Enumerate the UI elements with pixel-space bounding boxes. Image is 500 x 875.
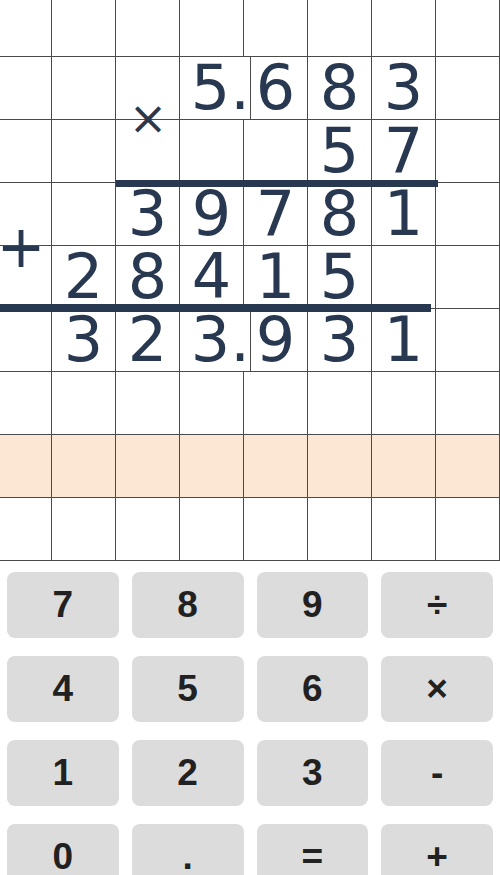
- grid-cell: [436, 372, 500, 435]
- grid-cell: 8: [308, 57, 372, 120]
- grid-cell: [436, 57, 500, 120]
- grid-cell: [372, 435, 436, 498]
- grid-cell: [436, 120, 500, 183]
- grid-cell: [372, 246, 436, 309]
- grid-cell: [308, 0, 372, 57]
- grid-cell: [0, 498, 52, 561]
- grid-cell: [52, 0, 116, 57]
- grid-cell: [436, 183, 500, 246]
- grid-cell: [436, 246, 500, 309]
- grid-cell: 4: [180, 246, 244, 309]
- grid-cell: 9: [244, 309, 308, 372]
- grid-cell: [180, 120, 244, 183]
- key-decimal[interactable]: .: [132, 824, 244, 875]
- grid-cell: [116, 498, 180, 561]
- grid-cell: [180, 372, 244, 435]
- grid-cell: [52, 57, 116, 120]
- grid-cell: [180, 498, 244, 561]
- keypad: 7 8 9 ÷ 4 5 6 × 1 2 3 - 0 . = +: [0, 572, 500, 875]
- grid-cell: [436, 0, 500, 57]
- worksheet-grid: 5.683573978128415323.931: [0, 0, 500, 561]
- key-equals[interactable]: =: [257, 824, 369, 875]
- addition-rule-line: [0, 304, 431, 312]
- grid-cell: [52, 372, 116, 435]
- key-0[interactable]: 0: [7, 824, 119, 875]
- grid-cell: [52, 183, 116, 246]
- grid-cell: 1: [372, 183, 436, 246]
- grid-cell: 7: [372, 120, 436, 183]
- grid-cell: [116, 372, 180, 435]
- plus-sign: +: [0, 217, 53, 277]
- key-minus[interactable]: -: [381, 740, 493, 806]
- multiplication-rule-line: [116, 180, 438, 187]
- key-6[interactable]: 6: [257, 656, 369, 722]
- grid-cell: [372, 498, 436, 561]
- grid-cell: 3.: [180, 309, 251, 372]
- key-5[interactable]: 5: [132, 656, 244, 722]
- grid-cell: 3: [308, 309, 372, 372]
- key-multiply[interactable]: ×: [381, 656, 493, 722]
- grid-cell: 5: [308, 246, 372, 309]
- grid-cell: [180, 0, 244, 57]
- grid-cell: [308, 372, 372, 435]
- grid-cell: [0, 0, 52, 57]
- keypad-row: 1 2 3 -: [7, 740, 493, 806]
- grid-cell: [0, 120, 52, 183]
- grid-cell: [0, 435, 52, 498]
- grid-cell: [436, 498, 500, 561]
- grid-cell: 3: [372, 57, 436, 120]
- grid-cell: 9: [180, 183, 244, 246]
- grid-cell: [0, 57, 52, 120]
- grid-cell: [116, 435, 180, 498]
- keypad-row: 7 8 9 ÷: [7, 572, 493, 638]
- multiply-sign: ×: [116, 88, 180, 148]
- grid-cell: 6: [244, 57, 308, 120]
- grid-cell: [244, 435, 308, 498]
- grid-cell: [180, 435, 244, 498]
- grid-cell: [0, 372, 52, 435]
- grid-cell: 8: [308, 183, 372, 246]
- key-7[interactable]: 7: [7, 572, 119, 638]
- key-divide[interactable]: ÷: [381, 572, 493, 638]
- key-2[interactable]: 2: [132, 740, 244, 806]
- grid-cell: [0, 309, 52, 372]
- app-screen: 5.683573978128415323.931 × + 7 8 9 ÷ 4 5…: [0, 0, 500, 875]
- grid-cell: [308, 435, 372, 498]
- grid-cell: 2: [52, 246, 116, 309]
- grid-cell: 2: [116, 309, 180, 372]
- grid-cell: [116, 0, 180, 57]
- grid-cell: 3: [52, 309, 116, 372]
- key-9[interactable]: 9: [257, 572, 369, 638]
- grid-cell: [52, 120, 116, 183]
- grid-cell: 1: [244, 246, 308, 309]
- grid-cell: 7: [244, 183, 308, 246]
- key-1[interactable]: 1: [7, 740, 119, 806]
- grid-cell: [244, 498, 308, 561]
- grid-cell: [244, 0, 308, 57]
- grid-cell: [52, 498, 116, 561]
- grid-cell: [244, 120, 308, 183]
- grid-cell: [436, 309, 500, 372]
- key-8[interactable]: 8: [132, 572, 244, 638]
- grid-cell: [308, 498, 372, 561]
- keypad-row: 0 . = +: [7, 824, 493, 875]
- keypad-row: 4 5 6 ×: [7, 656, 493, 722]
- grid-cell: 1: [372, 309, 436, 372]
- grid-cell: 3: [116, 183, 180, 246]
- key-4[interactable]: 4: [7, 656, 119, 722]
- grid-cell: 8: [116, 246, 180, 309]
- grid-cell: 5.: [180, 57, 251, 120]
- grid-cell: [52, 435, 116, 498]
- grid-cell: [372, 0, 436, 57]
- key-3[interactable]: 3: [257, 740, 369, 806]
- grid-cell: [436, 435, 500, 498]
- grid-cell: 5: [308, 120, 372, 183]
- key-plus[interactable]: +: [381, 824, 493, 875]
- grid-cell: [244, 372, 308, 435]
- grid-cell: [372, 372, 436, 435]
